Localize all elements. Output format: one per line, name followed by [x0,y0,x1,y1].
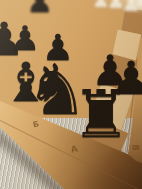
black-rook: ♜ [71,82,130,148]
black-pawn: ♟ [27,0,54,17]
chess-photo-scene: БА8 ♟♟♟♟♟♟♟♟♟♟♝♞♜ [0,0,142,189]
coordinate-label-8: 8 [131,144,140,151]
white-pawn: ♟ [132,0,142,10]
